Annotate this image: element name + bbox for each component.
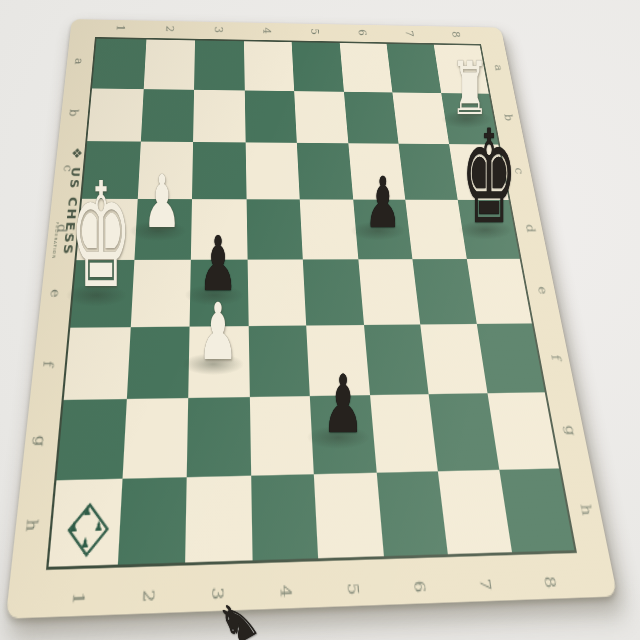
file-label-right-f: f xyxy=(549,355,564,361)
vinyl-chessboard-sheet: ♟♟♟♟ FEDERATION ❖ US CHESS 11aa22bb33cc4… xyxy=(6,19,618,619)
rank-label-bottom-7: 7 xyxy=(476,578,494,591)
file-label-right-b: b xyxy=(502,114,516,121)
rank-label-bottom-1: 1 xyxy=(69,592,88,606)
square-c7 xyxy=(399,144,458,200)
square-f1 xyxy=(64,327,131,400)
rank-label-top-8: 8 xyxy=(450,31,463,38)
square-b5 xyxy=(294,91,348,144)
file-label-left-d: d xyxy=(55,224,70,233)
square-e1 xyxy=(70,260,134,327)
square-c6 xyxy=(348,143,405,199)
file-label-right-a: a xyxy=(492,65,505,71)
square-e3 xyxy=(190,260,249,326)
square-b6 xyxy=(343,91,398,143)
square-c5 xyxy=(297,143,353,199)
square-d8 xyxy=(457,199,520,259)
square-h4 xyxy=(251,474,318,561)
rank-label-top-4: 4 xyxy=(261,27,273,34)
us-chess-corner-logo-icon: ♟♟♟♟ xyxy=(62,499,109,556)
square-f8 xyxy=(476,323,544,393)
square-e8 xyxy=(466,259,531,324)
square-g3 xyxy=(187,397,251,476)
square-e6 xyxy=(358,259,420,324)
square-h5 xyxy=(314,472,384,558)
file-label-left-h: h xyxy=(23,519,41,532)
square-f5 xyxy=(306,324,369,396)
square-a6 xyxy=(339,43,392,92)
file-label-left-b: b xyxy=(67,109,81,117)
square-c1 xyxy=(82,141,140,198)
square-g5 xyxy=(310,395,376,473)
rank-label-top-6: 6 xyxy=(356,29,368,36)
logo-pawn-icon: ♟ xyxy=(69,520,79,533)
square-b2 xyxy=(140,89,194,142)
file-label-right-e: e xyxy=(535,286,550,294)
square-g1 xyxy=(57,399,127,480)
logo-pawn-icon: ♟ xyxy=(94,520,104,533)
square-a7 xyxy=(387,44,441,93)
square-b3 xyxy=(193,89,245,142)
rank-label-bottom-4: 4 xyxy=(277,585,294,598)
chessboard-grid: ♟♟♟♟ xyxy=(46,37,577,570)
rank-label-top-1: 1 xyxy=(114,25,127,32)
square-c4 xyxy=(245,142,299,199)
square-d1 xyxy=(76,198,137,260)
square-c8 xyxy=(449,144,509,199)
rank-label-bottom-2: 2 xyxy=(140,589,158,603)
file-label-right-d: d xyxy=(523,224,538,232)
square-a5 xyxy=(292,42,344,91)
logo-pawn-icon: ♟ xyxy=(82,504,92,517)
square-f4 xyxy=(248,325,310,397)
square-b7 xyxy=(392,92,448,144)
logo-pawn-icon: ♟ xyxy=(80,536,90,550)
square-e2 xyxy=(130,260,191,327)
rank-label-bottom-6: 6 xyxy=(411,580,429,593)
square-h3 xyxy=(185,475,252,562)
square-a4 xyxy=(244,41,295,90)
file-label-right-g: g xyxy=(562,425,579,436)
square-g8 xyxy=(487,392,559,469)
square-h2 xyxy=(117,477,186,565)
square-a8 xyxy=(433,45,488,94)
square-a1 xyxy=(92,39,146,89)
file-label-right-c: c xyxy=(512,168,526,175)
photo-scene: ♟♟♟♟ FEDERATION ❖ US CHESS 11aa22bb33cc4… xyxy=(0,0,640,640)
rank-label-top-3: 3 xyxy=(213,26,225,33)
file-label-right-h: h xyxy=(578,504,596,516)
square-f3 xyxy=(188,325,249,398)
square-g2 xyxy=(122,398,188,478)
square-c3 xyxy=(192,142,246,199)
square-h8 xyxy=(499,468,575,552)
square-d6 xyxy=(353,199,413,259)
square-e7 xyxy=(412,259,476,324)
square-g6 xyxy=(370,394,438,472)
rank-label-bottom-8: 8 xyxy=(541,576,559,589)
square-e5 xyxy=(303,259,364,325)
file-label-left-g: g xyxy=(32,435,49,447)
square-e4 xyxy=(247,259,306,325)
square-d7 xyxy=(405,199,466,259)
square-g4 xyxy=(249,396,313,475)
square-a3 xyxy=(194,40,244,90)
file-label-left-a: a xyxy=(72,58,85,65)
rank-label-top-5: 5 xyxy=(309,28,321,35)
square-d3 xyxy=(191,199,247,260)
rank-label-top-2: 2 xyxy=(164,26,177,33)
rank-label-bottom-5: 5 xyxy=(345,582,363,595)
file-label-left-c: c xyxy=(61,165,75,172)
square-b1 xyxy=(87,88,143,142)
file-label-left-e: e xyxy=(48,289,64,298)
square-d4 xyxy=(246,199,303,260)
us-chess-margin-logo-icon: ❖ xyxy=(69,146,85,161)
square-d5 xyxy=(300,199,358,260)
square-d2 xyxy=(134,198,192,259)
square-c2 xyxy=(137,142,193,199)
square-b8 xyxy=(441,93,499,145)
square-h6 xyxy=(376,471,448,557)
square-a2 xyxy=(143,40,195,90)
square-f2 xyxy=(126,326,189,399)
file-label-left-f: f xyxy=(40,361,56,367)
square-b4 xyxy=(244,90,296,143)
square-f6 xyxy=(363,324,428,395)
rank-label-top-7: 7 xyxy=(403,30,416,37)
